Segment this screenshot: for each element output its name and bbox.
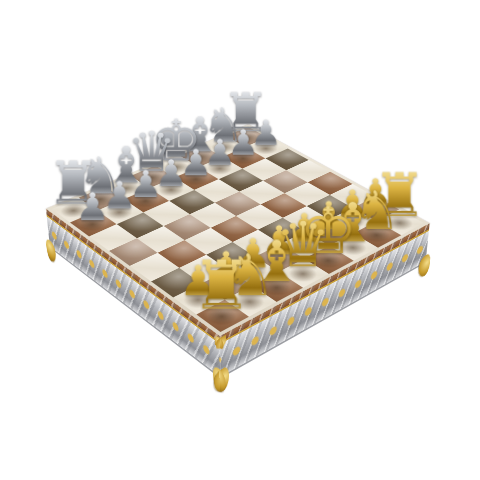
scene: ♜♟♟♜♞♟♟♞♝♟♟♝♚♟♟♚♛♟♟♛♝♟♟♝♞♟♟♞♜♟♟♜ (0, 0, 480, 480)
stand-foot-near-corner (418, 252, 431, 279)
stand-foot-left-corner (45, 237, 56, 265)
product-photo: ♜♟♟♜♞♟♟♞♝♟♟♝♚♟♟♚♛♟♟♛♝♟♟♝♞♟♟♞♜♟♟♜ (0, 0, 480, 480)
chess-board: ♜♟♟♜♞♟♟♞♝♟♟♝♚♟♟♚♛♟♟♛♝♟♟♝♞♟♟♞♜♟♟♜ (46, 124, 430, 336)
piece-silver-pawn: ♟ (56, 188, 129, 226)
chess-set: ♜♟♟♜♞♟♟♞♝♟♟♝♚♟♟♚♛♟♟♛♝♟♟♝♞♟♟♞♜♟♟♜ (46, 124, 430, 336)
piece-gold-rook: ♜ (181, 251, 262, 319)
